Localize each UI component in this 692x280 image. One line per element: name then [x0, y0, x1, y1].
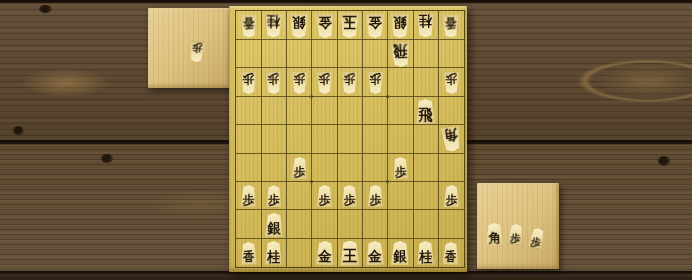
piece-kanji: 歩: [268, 71, 280, 86]
square-26[interactable]: [413, 153, 438, 181]
square-58[interactable]: [337, 210, 362, 238]
square-77[interactable]: [287, 181, 312, 209]
piece-kanji: 桂: [267, 249, 280, 265]
piece-kanji: 歩: [268, 193, 280, 208]
piece-kanji: 王: [343, 248, 357, 266]
square-52[interactable]: [337, 39, 362, 67]
square-25[interactable]: [413, 125, 438, 153]
hand-piece-gote-pawn[interactable]: 歩: [188, 41, 206, 63]
square-92[interactable]: [236, 39, 261, 67]
square-44[interactable]: [362, 96, 387, 124]
square-54[interactable]: [337, 96, 362, 124]
square-55[interactable]: [337, 125, 362, 153]
square-34[interactable]: [388, 96, 413, 124]
square-35[interactable]: [388, 125, 413, 153]
square-38[interactable]: [388, 210, 413, 238]
square-66[interactable]: [312, 153, 337, 181]
piece-kanji: 歩: [243, 71, 255, 86]
piece-kanji: 銀: [292, 13, 306, 30]
piece-kanji: 歩: [530, 234, 543, 249]
square-18[interactable]: [438, 210, 463, 238]
square-27[interactable]: [413, 181, 438, 209]
sente-hand-tray: 角歩歩: [477, 183, 559, 269]
square-12[interactable]: [438, 39, 463, 67]
square-84[interactable]: [261, 96, 286, 124]
piece-kanji: 桂: [419, 249, 432, 265]
square-23[interactable]: [413, 68, 438, 96]
piece-kanji: 歩: [344, 193, 356, 208]
table-plank-bottom-edge: [0, 274, 692, 280]
piece-kanji: 金: [317, 248, 331, 266]
piece-kanji: 歩: [344, 71, 356, 86]
piece-kanji: 香: [243, 249, 255, 264]
square-64[interactable]: [312, 96, 337, 124]
piece-kanji: 飛: [418, 106, 433, 124]
wood-knot: [658, 156, 670, 166]
square-33[interactable]: [388, 68, 413, 96]
shogi-board: 香桂銀金玉金銀桂香飛歩歩歩歩歩歩歩飛角歩歩歩歩歩歩歩歩銀香桂金王金銀桂香: [229, 6, 467, 272]
square-16[interactable]: [438, 153, 463, 181]
piece-kanji: 飛: [393, 41, 408, 60]
piece-kanji: 金: [368, 248, 382, 266]
square-96[interactable]: [236, 153, 261, 181]
wood-knot: [13, 126, 24, 135]
piece-kanji: 角: [488, 230, 501, 246]
piece-kanji: 歩: [445, 193, 457, 208]
piece-kanji: 歩: [293, 71, 305, 86]
piece-kanji: 香: [243, 14, 255, 29]
square-46[interactable]: [362, 153, 387, 181]
piece-kanji: 金: [368, 13, 382, 30]
gote-hand-tray: 歩: [148, 8, 232, 88]
piece-kanji: 歩: [319, 193, 331, 208]
square-48[interactable]: [362, 210, 387, 238]
square-95[interactable]: [236, 125, 261, 153]
square-78[interactable]: [287, 210, 312, 238]
piece-kanji: 桂: [419, 14, 432, 30]
piece-kanji: 金: [317, 13, 331, 31]
square-65[interactable]: [312, 125, 337, 153]
piece-kanji: 歩: [369, 193, 381, 208]
piece-kanji: 歩: [293, 164, 305, 179]
piece-kanji: 桂: [267, 14, 280, 31]
piece-kanji: 歩: [510, 231, 521, 245]
square-62[interactable]: [312, 39, 337, 67]
piece-kanji: 銀: [393, 248, 407, 265]
piece-kanji: 香: [445, 249, 457, 264]
wood-knot: [39, 5, 52, 13]
square-75[interactable]: [287, 125, 312, 153]
piece-kanji: 玉: [343, 13, 357, 31]
piece-kanji: 香: [445, 14, 457, 29]
piece-kanji: 銀: [267, 220, 281, 237]
square-37[interactable]: [388, 181, 413, 209]
square-98[interactable]: [236, 210, 261, 238]
sente-hand-pieces: 角歩歩: [477, 183, 559, 269]
piece-kanji: 角: [442, 126, 458, 145]
piece-kanji: 銀: [393, 13, 407, 31]
square-22[interactable]: [413, 39, 438, 67]
hand-piece-sente-pawn[interactable]: 歩: [507, 223, 524, 244]
square-79[interactable]: [287, 238, 312, 266]
piece-kanji: 歩: [243, 193, 255, 208]
square-56[interactable]: [337, 153, 362, 181]
hand-piece-sente-bishop[interactable]: 角: [484, 222, 504, 245]
square-74[interactable]: [287, 96, 312, 124]
square-72[interactable]: [287, 39, 312, 67]
square-94[interactable]: [236, 96, 261, 124]
square-14[interactable]: [438, 96, 463, 124]
square-42[interactable]: [362, 39, 387, 67]
square-68[interactable]: [312, 210, 337, 238]
square-28[interactable]: [413, 210, 438, 238]
piece-kanji: 歩: [445, 71, 457, 86]
tabletop-scene: 歩 香桂銀金玉金銀桂香飛歩歩歩歩歩歩歩飛角歩歩歩歩歩歩歩歩銀香桂金王金銀桂香 角…: [0, 0, 692, 280]
square-82[interactable]: [261, 39, 286, 67]
piece-kanji: 歩: [369, 71, 381, 86]
gote-hand-pieces: 歩: [148, 8, 232, 88]
square-85[interactable]: [261, 125, 286, 153]
square-45[interactable]: [362, 125, 387, 153]
board-grid: 香桂銀金玉金銀桂香飛歩歩歩歩歩歩歩飛角歩歩歩歩歩歩歩歩銀香桂金王金銀桂香: [235, 10, 465, 268]
piece-kanji: 歩: [192, 41, 204, 55]
piece-kanji: 歩: [319, 71, 331, 86]
wood-knot: [101, 154, 113, 163]
hand-piece-sente-pawn[interactable]: 歩: [527, 226, 546, 249]
square-86[interactable]: [261, 153, 286, 181]
piece-kanji: 歩: [394, 164, 406, 179]
